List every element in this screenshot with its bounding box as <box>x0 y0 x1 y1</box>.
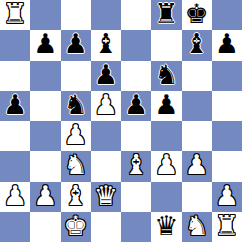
square-d4[interactable] <box>91 121 121 151</box>
square-b1[interactable] <box>30 212 60 242</box>
square-e2[interactable] <box>121 182 151 212</box>
square-c6[interactable] <box>61 61 91 91</box>
square-f8[interactable]: ♜ <box>151 0 181 30</box>
white-bishop-piece: ♝ <box>64 182 88 211</box>
square-f1[interactable]: ♛ <box>151 212 181 242</box>
square-d8[interactable] <box>91 0 121 30</box>
white-pawn-piece: ♟ <box>64 121 88 150</box>
white-pawn-piece: ♟ <box>215 182 239 211</box>
square-g6[interactable] <box>182 61 212 91</box>
square-d7[interactable]: ♝ <box>91 30 121 60</box>
square-c8[interactable] <box>61 0 91 30</box>
square-a7[interactable] <box>0 30 30 60</box>
square-d3[interactable] <box>91 151 121 181</box>
square-a5[interactable]: ♟ <box>0 91 30 121</box>
square-f4[interactable] <box>151 121 181 151</box>
square-e7[interactable] <box>121 30 151 60</box>
chess-board: ♜♜♚♟♟♝♝♟♟♞♟♞♟♟♟♟♞♝♟♟♟♟♝♛♟♚♛♞♜ <box>0 0 242 242</box>
square-e6[interactable] <box>121 61 151 91</box>
square-c4[interactable]: ♟ <box>61 121 91 151</box>
square-d1[interactable] <box>91 212 121 242</box>
square-g1[interactable]: ♞ <box>182 212 212 242</box>
black-queen-piece: ♛ <box>154 212 178 241</box>
square-a6[interactable] <box>0 61 30 91</box>
white-pawn-piece: ♟ <box>94 91 118 120</box>
square-f6[interactable]: ♞ <box>151 61 181 91</box>
square-e3[interactable]: ♝ <box>121 151 151 181</box>
square-f2[interactable] <box>151 182 181 212</box>
square-a8[interactable]: ♜ <box>0 0 30 30</box>
black-pawn-piece: ♟ <box>64 30 88 59</box>
black-bishop-piece: ♝ <box>185 30 209 59</box>
square-g8[interactable]: ♚ <box>182 0 212 30</box>
square-h8[interactable] <box>212 0 242 30</box>
black-pawn-piece: ♟ <box>154 91 178 120</box>
square-b2[interactable]: ♟ <box>30 182 60 212</box>
square-f7[interactable] <box>151 30 181 60</box>
square-a3[interactable] <box>0 151 30 181</box>
square-g7[interactable]: ♝ <box>182 30 212 60</box>
black-rook-piece: ♜ <box>154 0 178 29</box>
white-bishop-piece: ♝ <box>124 151 148 180</box>
black-pawn-piece: ♟ <box>3 91 27 120</box>
square-h5[interactable] <box>212 91 242 121</box>
square-c3[interactable]: ♞ <box>61 151 91 181</box>
square-h4[interactable] <box>212 121 242 151</box>
square-a4[interactable] <box>0 121 30 151</box>
square-c5[interactable]: ♞ <box>61 91 91 121</box>
square-g4[interactable] <box>182 121 212 151</box>
square-h1[interactable]: ♜ <box>212 212 242 242</box>
square-h7[interactable]: ♟ <box>212 30 242 60</box>
white-pawn-piece: ♟ <box>154 151 178 180</box>
square-c1[interactable]: ♚ <box>61 212 91 242</box>
black-pawn-piece: ♟ <box>33 30 57 59</box>
square-b6[interactable] <box>30 61 60 91</box>
white-knight-piece: ♞ <box>185 212 209 241</box>
square-b3[interactable] <box>30 151 60 181</box>
black-pawn-piece: ♟ <box>124 91 148 120</box>
square-g5[interactable] <box>182 91 212 121</box>
square-h6[interactable] <box>212 61 242 91</box>
black-bishop-piece: ♝ <box>94 30 118 59</box>
black-king-piece: ♚ <box>185 0 209 29</box>
white-rook-piece: ♜ <box>3 0 27 29</box>
square-b8[interactable] <box>30 0 60 30</box>
square-f3[interactable]: ♟ <box>151 151 181 181</box>
square-e1[interactable] <box>121 212 151 242</box>
black-pawn-piece: ♟ <box>94 61 118 90</box>
black-knight-piece: ♞ <box>154 61 178 90</box>
black-pawn-piece: ♟ <box>215 30 239 59</box>
square-g3[interactable]: ♟ <box>182 151 212 181</box>
white-knight-piece: ♞ <box>64 151 88 180</box>
square-c2[interactable]: ♝ <box>61 182 91 212</box>
square-h3[interactable] <box>212 151 242 181</box>
square-e4[interactable] <box>121 121 151 151</box>
square-e5[interactable]: ♟ <box>121 91 151 121</box>
white-pawn-piece: ♟ <box>185 151 209 180</box>
square-a1[interactable] <box>0 212 30 242</box>
white-rook-piece: ♜ <box>215 212 239 241</box>
square-d6[interactable]: ♟ <box>91 61 121 91</box>
square-c7[interactable]: ♟ <box>61 30 91 60</box>
white-pawn-piece: ♟ <box>33 182 57 211</box>
square-h2[interactable]: ♟ <box>212 182 242 212</box>
square-d2[interactable]: ♛ <box>91 182 121 212</box>
square-b4[interactable] <box>30 121 60 151</box>
white-queen-piece: ♛ <box>94 182 118 211</box>
square-a2[interactable]: ♟ <box>0 182 30 212</box>
white-pawn-piece: ♟ <box>3 182 27 211</box>
white-king-piece: ♚ <box>64 212 88 241</box>
square-b5[interactable] <box>30 91 60 121</box>
square-b7[interactable]: ♟ <box>30 30 60 60</box>
black-knight-piece: ♞ <box>64 91 88 120</box>
square-f5[interactable]: ♟ <box>151 91 181 121</box>
square-d5[interactable]: ♟ <box>91 91 121 121</box>
square-g2[interactable] <box>182 182 212 212</box>
square-e8[interactable] <box>121 0 151 30</box>
